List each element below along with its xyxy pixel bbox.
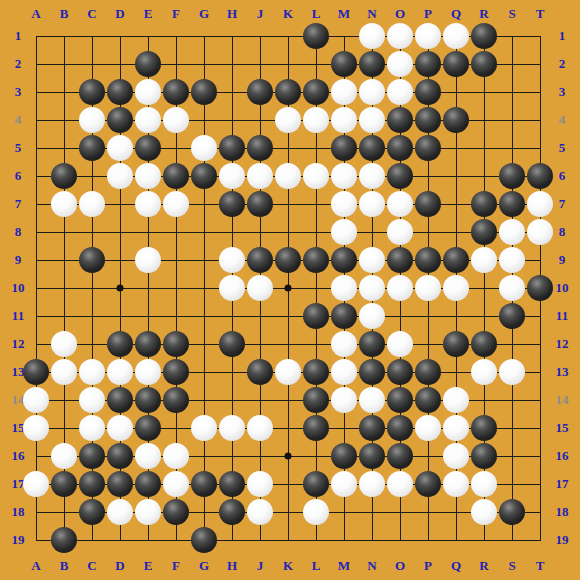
black-stone-R12[interactable] <box>471 331 497 357</box>
white-stone-E9[interactable] <box>135 247 161 273</box>
black-stone-H12[interactable] <box>219 331 245 357</box>
black-stone-R2[interactable] <box>471 51 497 77</box>
white-stone-O1[interactable] <box>387 23 413 49</box>
white-stone-N11[interactable] <box>359 303 385 329</box>
white-stone-N14[interactable] <box>359 387 385 413</box>
col-label-bottom-H: H <box>227 558 237 574</box>
black-stone-K9[interactable] <box>275 247 301 273</box>
white-stone-L4[interactable] <box>303 107 329 133</box>
black-stone-P17[interactable] <box>415 471 441 497</box>
row-label-left-3: 3 <box>15 84 22 100</box>
row-label-right-9: 9 <box>559 252 566 268</box>
black-stone-R16[interactable] <box>471 443 497 469</box>
black-stone-F13[interactable] <box>163 359 189 385</box>
row-label-right-17: 17 <box>556 476 569 492</box>
black-stone-S11[interactable] <box>499 303 525 329</box>
black-stone-R15[interactable] <box>471 415 497 441</box>
white-stone-E13[interactable] <box>135 359 161 385</box>
white-stone-E3[interactable] <box>135 79 161 105</box>
white-stone-C4[interactable] <box>79 107 105 133</box>
col-label-top-N: N <box>367 6 376 22</box>
black-stone-D14[interactable] <box>107 387 133 413</box>
white-stone-S13[interactable] <box>499 359 525 385</box>
row-label-left-12: 12 <box>12 336 25 352</box>
white-stone-P1[interactable] <box>415 23 441 49</box>
black-stone-K3[interactable] <box>275 79 301 105</box>
black-stone-D4[interactable] <box>107 107 133 133</box>
white-stone-N7[interactable] <box>359 191 385 217</box>
row-label-right-16: 16 <box>556 448 569 464</box>
white-stone-F7[interactable] <box>163 191 189 217</box>
black-stone-J5[interactable] <box>247 135 273 161</box>
col-label-top-P: P <box>424 6 432 22</box>
white-stone-C7[interactable] <box>79 191 105 217</box>
white-stone-M6[interactable] <box>331 163 357 189</box>
black-stone-H5[interactable] <box>219 135 245 161</box>
white-stone-T8[interactable] <box>527 219 553 245</box>
row-label-right-8: 8 <box>559 224 566 240</box>
col-label-top-J: J <box>257 6 264 22</box>
white-stone-D15[interactable] <box>107 415 133 441</box>
white-stone-O17[interactable] <box>387 471 413 497</box>
black-stone-N5[interactable] <box>359 135 385 161</box>
col-label-top-R: R <box>479 6 488 22</box>
white-stone-D6[interactable] <box>107 163 133 189</box>
white-stone-P15[interactable] <box>415 415 441 441</box>
white-stone-T7[interactable] <box>527 191 553 217</box>
row-label-left-2: 2 <box>15 56 22 72</box>
white-stone-M12[interactable] <box>331 331 357 357</box>
white-stone-H10[interactable] <box>219 275 245 301</box>
col-label-top-Q: Q <box>451 6 461 22</box>
black-stone-T6[interactable] <box>527 163 553 189</box>
black-stone-O15[interactable] <box>387 415 413 441</box>
black-stone-D17[interactable] <box>107 471 133 497</box>
white-stone-F16[interactable] <box>163 443 189 469</box>
white-stone-R17[interactable] <box>471 471 497 497</box>
black-stone-G3[interactable] <box>191 79 217 105</box>
white-stone-L6[interactable] <box>303 163 329 189</box>
white-stone-M17[interactable] <box>331 471 357 497</box>
black-stone-Q12[interactable] <box>443 331 469 357</box>
black-stone-D12[interactable] <box>107 331 133 357</box>
black-stone-H17[interactable] <box>219 471 245 497</box>
black-stone-P2[interactable] <box>415 51 441 77</box>
row-label-left-7: 7 <box>15 196 22 212</box>
row-label-right-3: 3 <box>559 84 566 100</box>
black-stone-F12[interactable] <box>163 331 189 357</box>
black-stone-Q4[interactable] <box>443 107 469 133</box>
black-stone-E14[interactable] <box>135 387 161 413</box>
black-stone-H18[interactable] <box>219 499 245 525</box>
grid-horizontal-line <box>36 540 541 541</box>
black-stone-A13[interactable] <box>23 359 49 385</box>
row-label-right-11: 11 <box>556 308 568 324</box>
col-label-bottom-N: N <box>367 558 376 574</box>
white-stone-D13[interactable] <box>107 359 133 385</box>
white-stone-N9[interactable] <box>359 247 385 273</box>
col-label-top-D: D <box>115 6 124 22</box>
black-stone-R7[interactable] <box>471 191 497 217</box>
black-stone-G17[interactable] <box>191 471 217 497</box>
white-stone-Q16[interactable] <box>443 443 469 469</box>
grid-horizontal-line <box>36 316 541 317</box>
white-stone-B12[interactable] <box>51 331 77 357</box>
white-stone-N1[interactable] <box>359 23 385 49</box>
black-stone-O4[interactable] <box>387 107 413 133</box>
row-label-left-10: 10 <box>12 280 25 296</box>
white-stone-G15[interactable] <box>191 415 217 441</box>
go-board-screenshot: AABBCCDDEEFFGGHHJJKKLLMMNNOOPPQQRRSSTT11… <box>0 0 580 580</box>
black-stone-M11[interactable] <box>331 303 357 329</box>
white-stone-J15[interactable] <box>247 415 273 441</box>
white-stone-N10[interactable] <box>359 275 385 301</box>
black-stone-N15[interactable] <box>359 415 385 441</box>
row-label-right-13: 13 <box>556 364 569 380</box>
white-stone-A15[interactable] <box>23 415 49 441</box>
col-label-bottom-J: J <box>257 558 264 574</box>
col-label-top-E: E <box>144 6 153 22</box>
white-stone-K13[interactable] <box>275 359 301 385</box>
white-stone-O3[interactable] <box>387 79 413 105</box>
row-label-left-16: 16 <box>12 448 25 464</box>
white-stone-C14[interactable] <box>79 387 105 413</box>
row-label-right-1: 1 <box>559 28 566 44</box>
white-stone-A17[interactable] <box>23 471 49 497</box>
white-stone-E16[interactable] <box>135 443 161 469</box>
black-stone-N12[interactable] <box>359 331 385 357</box>
white-stone-M8[interactable] <box>331 219 357 245</box>
black-stone-N2[interactable] <box>359 51 385 77</box>
black-stone-O16[interactable] <box>387 443 413 469</box>
black-stone-B19[interactable] <box>51 527 77 553</box>
black-stone-C5[interactable] <box>79 135 105 161</box>
star-point-K16 <box>285 453 292 460</box>
black-stone-J13[interactable] <box>247 359 273 385</box>
black-stone-Q2[interactable] <box>443 51 469 77</box>
white-stone-B13[interactable] <box>51 359 77 385</box>
black-stone-H7[interactable] <box>219 191 245 217</box>
col-label-bottom-R: R <box>479 558 488 574</box>
white-stone-N6[interactable] <box>359 163 385 189</box>
black-stone-F3[interactable] <box>163 79 189 105</box>
white-stone-C15[interactable] <box>79 415 105 441</box>
white-stone-A14[interactable] <box>23 387 49 413</box>
white-stone-F17[interactable] <box>163 471 189 497</box>
col-label-bottom-P: P <box>424 558 432 574</box>
col-label-bottom-B: B <box>60 558 69 574</box>
white-stone-O7[interactable] <box>387 191 413 217</box>
col-label-top-A: A <box>31 6 40 22</box>
black-stone-P5[interactable] <box>415 135 441 161</box>
white-stone-B7[interactable] <box>51 191 77 217</box>
black-stone-M5[interactable] <box>331 135 357 161</box>
col-label-top-B: B <box>60 6 69 22</box>
col-label-top-O: O <box>395 6 405 22</box>
row-label-right-7: 7 <box>559 196 566 212</box>
black-stone-F6[interactable] <box>163 163 189 189</box>
white-stone-Q1[interactable] <box>443 23 469 49</box>
black-stone-Q9[interactable] <box>443 247 469 273</box>
white-stone-N3[interactable] <box>359 79 385 105</box>
white-stone-Q17[interactable] <box>443 471 469 497</box>
white-stone-Q14[interactable] <box>443 387 469 413</box>
white-stone-B16[interactable] <box>51 443 77 469</box>
row-label-right-6: 6 <box>559 168 566 184</box>
col-label-bottom-O: O <box>395 558 405 574</box>
black-stone-S6[interactable] <box>499 163 525 189</box>
row-label-left-18: 18 <box>12 504 25 520</box>
row-label-left-4: 4 <box>15 112 22 128</box>
black-stone-D3[interactable] <box>107 79 133 105</box>
black-stone-C3[interactable] <box>79 79 105 105</box>
row-label-right-4: 4 <box>559 112 566 128</box>
black-stone-G6[interactable] <box>191 163 217 189</box>
col-label-top-G: G <box>199 6 209 22</box>
black-stone-P9[interactable] <box>415 247 441 273</box>
white-stone-M7[interactable] <box>331 191 357 217</box>
black-stone-M9[interactable] <box>331 247 357 273</box>
white-stone-R9[interactable] <box>471 247 497 273</box>
row-label-right-19: 19 <box>556 532 569 548</box>
col-label-bottom-T: T <box>536 558 545 574</box>
white-stone-D18[interactable] <box>107 499 133 525</box>
white-stone-E18[interactable] <box>135 499 161 525</box>
white-stone-N17[interactable] <box>359 471 385 497</box>
white-stone-H6[interactable] <box>219 163 245 189</box>
white-stone-M10[interactable] <box>331 275 357 301</box>
white-stone-J10[interactable] <box>247 275 273 301</box>
white-stone-R13[interactable] <box>471 359 497 385</box>
black-stone-P7[interactable] <box>415 191 441 217</box>
black-stone-M2[interactable] <box>331 51 357 77</box>
white-stone-C13[interactable] <box>79 359 105 385</box>
black-stone-L9[interactable] <box>303 247 329 273</box>
black-stone-C16[interactable] <box>79 443 105 469</box>
black-stone-E12[interactable] <box>135 331 161 357</box>
black-stone-O14[interactable] <box>387 387 413 413</box>
black-stone-E17[interactable] <box>135 471 161 497</box>
black-stone-P14[interactable] <box>415 387 441 413</box>
col-label-top-H: H <box>227 6 237 22</box>
white-stone-H9[interactable] <box>219 247 245 273</box>
black-stone-F18[interactable] <box>163 499 189 525</box>
row-label-left-5: 5 <box>15 140 22 156</box>
black-stone-R8[interactable] <box>471 219 497 245</box>
black-stone-F14[interactable] <box>163 387 189 413</box>
black-stone-E5[interactable] <box>135 135 161 161</box>
row-label-right-15: 15 <box>556 420 569 436</box>
row-label-right-18: 18 <box>556 504 569 520</box>
col-label-bottom-Q: Q <box>451 558 461 574</box>
white-stone-M13[interactable] <box>331 359 357 385</box>
col-label-top-M: M <box>338 6 350 22</box>
black-stone-P4[interactable] <box>415 107 441 133</box>
col-label-top-L: L <box>312 6 321 22</box>
white-stone-S10[interactable] <box>499 275 525 301</box>
black-stone-J9[interactable] <box>247 247 273 273</box>
black-stone-G19[interactable] <box>191 527 217 553</box>
col-label-bottom-E: E <box>144 558 153 574</box>
row-label-right-12: 12 <box>556 336 569 352</box>
white-stone-G5[interactable] <box>191 135 217 161</box>
black-stone-N16[interactable] <box>359 443 385 469</box>
col-label-bottom-S: S <box>508 558 515 574</box>
black-stone-S7[interactable] <box>499 191 525 217</box>
row-label-left-8: 8 <box>15 224 22 240</box>
white-stone-R18[interactable] <box>471 499 497 525</box>
col-label-bottom-A: A <box>31 558 40 574</box>
row-label-right-2: 2 <box>559 56 566 72</box>
white-stone-L18[interactable] <box>303 499 329 525</box>
black-stone-C18[interactable] <box>79 499 105 525</box>
white-stone-P10[interactable] <box>415 275 441 301</box>
white-stone-O12[interactable] <box>387 331 413 357</box>
black-stone-C17[interactable] <box>79 471 105 497</box>
col-label-bottom-L: L <box>312 558 321 574</box>
white-stone-Q15[interactable] <box>443 415 469 441</box>
white-stone-J17[interactable] <box>247 471 273 497</box>
col-label-bottom-M: M <box>338 558 350 574</box>
col-label-top-K: K <box>283 6 293 22</box>
black-stone-T10[interactable] <box>527 275 553 301</box>
col-label-bottom-K: K <box>283 558 293 574</box>
black-stone-R1[interactable] <box>471 23 497 49</box>
black-stone-J3[interactable] <box>247 79 273 105</box>
black-stone-L13[interactable] <box>303 359 329 385</box>
black-stone-L11[interactable] <box>303 303 329 329</box>
white-stone-J6[interactable] <box>247 163 273 189</box>
black-stone-L15[interactable] <box>303 415 329 441</box>
black-stone-O5[interactable] <box>387 135 413 161</box>
black-stone-J7[interactable] <box>247 191 273 217</box>
black-stone-N13[interactable] <box>359 359 385 385</box>
white-stone-S9[interactable] <box>499 247 525 273</box>
white-stone-O8[interactable] <box>387 219 413 245</box>
black-stone-P3[interactable] <box>415 79 441 105</box>
col-label-top-T: T <box>536 6 545 22</box>
row-label-right-10: 10 <box>556 280 569 296</box>
col-label-top-C: C <box>87 6 96 22</box>
black-stone-O9[interactable] <box>387 247 413 273</box>
col-label-bottom-G: G <box>199 558 209 574</box>
col-label-bottom-C: C <box>87 558 96 574</box>
black-stone-S18[interactable] <box>499 499 525 525</box>
white-stone-J18[interactable] <box>247 499 273 525</box>
white-stone-M14[interactable] <box>331 387 357 413</box>
row-label-left-1: 1 <box>15 28 22 44</box>
white-stone-E7[interactable] <box>135 191 161 217</box>
white-stone-O2[interactable] <box>387 51 413 77</box>
black-stone-L1[interactable] <box>303 23 329 49</box>
white-stone-O10[interactable] <box>387 275 413 301</box>
white-stone-K4[interactable] <box>275 107 301 133</box>
row-label-left-11: 11 <box>12 308 24 324</box>
black-stone-L17[interactable] <box>303 471 329 497</box>
black-stone-E15[interactable] <box>135 415 161 441</box>
white-stone-E4[interactable] <box>135 107 161 133</box>
white-stone-D5[interactable] <box>107 135 133 161</box>
black-stone-O6[interactable] <box>387 163 413 189</box>
black-stone-M16[interactable] <box>331 443 357 469</box>
white-stone-M4[interactable] <box>331 107 357 133</box>
black-stone-C9[interactable] <box>79 247 105 273</box>
row-label-left-9: 9 <box>15 252 22 268</box>
black-stone-P13[interactable] <box>415 359 441 385</box>
black-stone-B6[interactable] <box>51 163 77 189</box>
white-stone-S8[interactable] <box>499 219 525 245</box>
black-stone-B17[interactable] <box>51 471 77 497</box>
black-stone-E2[interactable] <box>135 51 161 77</box>
white-stone-N4[interactable] <box>359 107 385 133</box>
col-label-bottom-D: D <box>115 558 124 574</box>
star-point-D10 <box>117 285 124 292</box>
black-stone-L14[interactable] <box>303 387 329 413</box>
row-label-right-14: 14 <box>556 392 569 408</box>
black-stone-L3[interactable] <box>303 79 329 105</box>
black-stone-O13[interactable] <box>387 359 413 385</box>
white-stone-K6[interactable] <box>275 163 301 189</box>
white-stone-Q10[interactable] <box>443 275 469 301</box>
row-label-left-19: 19 <box>12 532 25 548</box>
white-stone-F4[interactable] <box>163 107 189 133</box>
white-stone-H15[interactable] <box>219 415 245 441</box>
col-label-bottom-F: F <box>172 558 180 574</box>
white-stone-M3[interactable] <box>331 79 357 105</box>
white-stone-E6[interactable] <box>135 163 161 189</box>
star-point-K10 <box>285 285 292 292</box>
row-label-left-6: 6 <box>15 168 22 184</box>
row-label-right-5: 5 <box>559 140 566 156</box>
col-label-top-S: S <box>508 6 515 22</box>
col-label-top-F: F <box>172 6 180 22</box>
black-stone-D16[interactable] <box>107 443 133 469</box>
